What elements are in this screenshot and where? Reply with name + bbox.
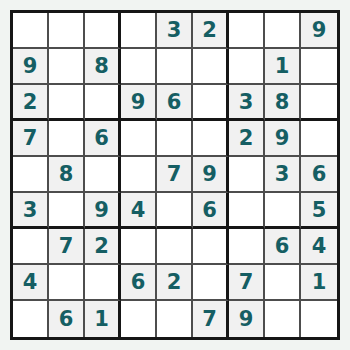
cell-r2c6[interactable] — [193, 49, 229, 85]
cell-r4c6[interactable] — [193, 121, 229, 157]
cell-r8c9[interactable]: 1 — [301, 265, 337, 301]
cell-r4c5[interactable] — [157, 121, 193, 157]
cell-r3c2[interactable] — [49, 85, 85, 121]
cell-r5c9[interactable]: 6 — [301, 157, 337, 193]
cell-r2c2[interactable] — [49, 49, 85, 85]
cell-r2c3[interactable]: 8 — [85, 49, 121, 85]
cell-r1c3[interactable] — [85, 13, 121, 49]
cell-r5c7[interactable] — [229, 157, 265, 193]
cell-r2c4[interactable] — [121, 49, 157, 85]
cell-r8c3[interactable] — [85, 265, 121, 301]
cell-r4c1[interactable]: 7 — [13, 121, 49, 157]
cell-r8c8[interactable] — [265, 265, 301, 301]
cell-r9c4[interactable] — [121, 301, 157, 337]
cell-r6c8[interactable] — [265, 193, 301, 229]
cell-r5c4[interactable] — [121, 157, 157, 193]
cell-r4c9[interactable] — [301, 121, 337, 157]
cell-r5c6[interactable]: 9 — [193, 157, 229, 193]
cell-r9c9[interactable] — [301, 301, 337, 337]
cell-r1c1[interactable] — [13, 13, 49, 49]
cell-r9c1[interactable] — [13, 301, 49, 337]
cell-r1c6[interactable]: 2 — [193, 13, 229, 49]
cell-r3c7[interactable]: 3 — [229, 85, 265, 121]
cell-r3c5[interactable]: 6 — [157, 85, 193, 121]
cell-r7c2[interactable]: 7 — [49, 229, 85, 265]
cell-r4c2[interactable] — [49, 121, 85, 157]
cell-r2c8[interactable]: 1 — [265, 49, 301, 85]
cell-r1c5[interactable]: 3 — [157, 13, 193, 49]
cell-r7c9[interactable]: 4 — [301, 229, 337, 265]
page: 32998129638762987936394657264462716179 — [0, 0, 350, 350]
cell-r9c7[interactable]: 9 — [229, 301, 265, 337]
cell-r5c5[interactable]: 7 — [157, 157, 193, 193]
cell-r3c8[interactable]: 8 — [265, 85, 301, 121]
cell-r1c4[interactable] — [121, 13, 157, 49]
cell-r7c7[interactable] — [229, 229, 265, 265]
cell-r1c9[interactable]: 9 — [301, 13, 337, 49]
cell-r6c9[interactable]: 5 — [301, 193, 337, 229]
cell-r8c7[interactable]: 7 — [229, 265, 265, 301]
cell-r7c3[interactable]: 2 — [85, 229, 121, 265]
cell-r4c4[interactable] — [121, 121, 157, 157]
cell-r4c3[interactable]: 6 — [85, 121, 121, 157]
cell-r6c2[interactable] — [49, 193, 85, 229]
cell-r3c1[interactable]: 2 — [13, 85, 49, 121]
cell-r4c7[interactable]: 2 — [229, 121, 265, 157]
cell-r1c2[interactable] — [49, 13, 85, 49]
cell-r5c1[interactable] — [13, 157, 49, 193]
cell-r7c4[interactable] — [121, 229, 157, 265]
cell-r7c5[interactable] — [157, 229, 193, 265]
cell-r2c1[interactable]: 9 — [13, 49, 49, 85]
cell-r8c6[interactable] — [193, 265, 229, 301]
cell-r2c9[interactable] — [301, 49, 337, 85]
cell-r9c2[interactable]: 6 — [49, 301, 85, 337]
cell-r2c5[interactable] — [157, 49, 193, 85]
sudoku-board: 32998129638762987936394657264462716179 — [10, 10, 340, 340]
cell-r8c1[interactable]: 4 — [13, 265, 49, 301]
cell-r7c6[interactable] — [193, 229, 229, 265]
cell-r9c3[interactable]: 1 — [85, 301, 121, 337]
cell-r6c4[interactable]: 4 — [121, 193, 157, 229]
cell-r6c1[interactable]: 3 — [13, 193, 49, 229]
cell-r7c8[interactable]: 6 — [265, 229, 301, 265]
cell-r8c4[interactable]: 6 — [121, 265, 157, 301]
cell-r3c3[interactable] — [85, 85, 121, 121]
cell-r1c8[interactable] — [265, 13, 301, 49]
cell-r6c6[interactable]: 6 — [193, 193, 229, 229]
cell-r5c3[interactable] — [85, 157, 121, 193]
cell-r7c1[interactable] — [13, 229, 49, 265]
cell-r6c3[interactable]: 9 — [85, 193, 121, 229]
cell-r5c2[interactable]: 8 — [49, 157, 85, 193]
cell-r1c7[interactable] — [229, 13, 265, 49]
cell-r9c8[interactable] — [265, 301, 301, 337]
cell-r9c5[interactable] — [157, 301, 193, 337]
cell-r4c8[interactable]: 9 — [265, 121, 301, 157]
cell-r2c7[interactable] — [229, 49, 265, 85]
cell-r6c7[interactable] — [229, 193, 265, 229]
cell-r3c9[interactable] — [301, 85, 337, 121]
cell-r5c8[interactable]: 3 — [265, 157, 301, 193]
cell-r3c6[interactable] — [193, 85, 229, 121]
cell-r8c5[interactable]: 2 — [157, 265, 193, 301]
cell-r6c5[interactable] — [157, 193, 193, 229]
cell-r3c4[interactable]: 9 — [121, 85, 157, 121]
cell-r8c2[interactable] — [49, 265, 85, 301]
cell-r9c6[interactable]: 7 — [193, 301, 229, 337]
